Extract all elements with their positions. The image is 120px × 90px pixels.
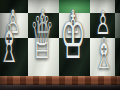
white-bishop-f1[interactable]: ♗ [89,33,119,75]
chess-3d-scene: ♙♙♙♙♗♕♔♗ [0,0,120,90]
pieces-layer: ♙♙♙♙♗♕♔♗ [0,0,120,90]
white-queen-d1[interactable]: ♕ [27,7,57,68]
white-king-e1[interactable]: ♔ [58,5,88,68]
white-bishop-c1[interactable]: ♗ [0,18,24,70]
